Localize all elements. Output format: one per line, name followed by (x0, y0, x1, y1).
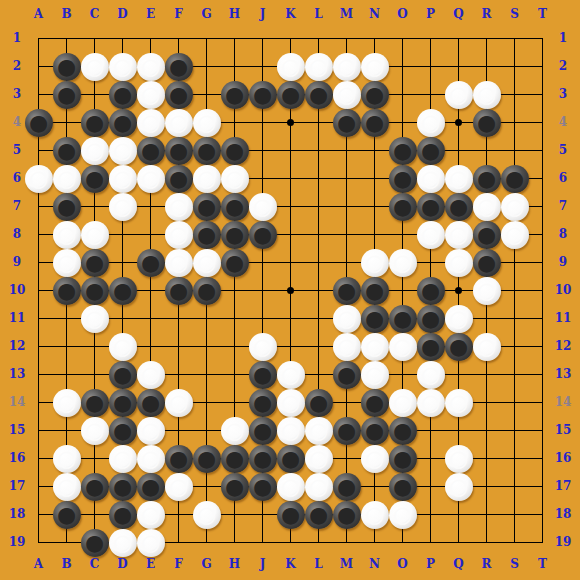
col-label-top: C (81, 8, 109, 21)
row-label-right: 13 (549, 368, 577, 381)
row-label-left: 13 (3, 368, 31, 381)
row-label-right: 11 (549, 312, 577, 325)
row-label-right: 5 (549, 144, 577, 157)
row-label-left: 12 (3, 340, 31, 353)
row-label-right: 7 (549, 200, 577, 213)
col-label-top: T (529, 8, 557, 21)
col-label-top: G (193, 8, 221, 21)
col-label-bottom: S (501, 558, 529, 571)
col-label-bottom: G (193, 558, 221, 571)
col-label-bottom: N (361, 558, 389, 571)
col-label-top: Q (445, 8, 473, 21)
row-label-left: 2 (3, 60, 31, 73)
col-label-bottom: J (249, 558, 277, 571)
row-label-left: 16 (3, 452, 31, 465)
col-label-top: J (249, 8, 277, 21)
row-label-left: 9 (3, 256, 31, 269)
col-label-top: A (25, 8, 53, 21)
row-label-left: 1 (3, 32, 31, 45)
row-label-right: 14 (549, 396, 577, 409)
coordinate-labels: AABBCCDDEEFFGGHHJJKKLLMMNNOOPPQQRRSSTT11… (0, 0, 580, 580)
row-label-left: 11 (3, 312, 31, 325)
row-label-right: 6 (549, 172, 577, 185)
col-label-bottom: H (221, 558, 249, 571)
col-label-top: E (137, 8, 165, 21)
row-label-left: 15 (3, 424, 31, 437)
row-label-right: 9 (549, 256, 577, 269)
col-label-top: K (277, 8, 305, 21)
col-label-bottom: F (165, 558, 193, 571)
col-label-top: P (417, 8, 445, 21)
col-label-top: O (389, 8, 417, 21)
row-label-right: 15 (549, 424, 577, 437)
row-label-right: 4 (549, 116, 577, 129)
col-label-top: H (221, 8, 249, 21)
row-label-right: 8 (549, 228, 577, 241)
col-label-bottom: T (529, 558, 557, 571)
row-label-right: 1 (549, 32, 577, 45)
row-label-left: 3 (3, 88, 31, 101)
col-label-bottom: E (137, 558, 165, 571)
row-label-left: 5 (3, 144, 31, 157)
row-label-left: 10 (3, 284, 31, 297)
row-label-right: 17 (549, 480, 577, 493)
go-board[interactable]: ●○○○●○○○○●●○●●●●●○●○○●●●○○○●●○●●○○●●●●●●… (0, 0, 580, 580)
col-label-bottom: O (389, 558, 417, 571)
col-label-bottom: D (109, 558, 137, 571)
row-label-right: 18 (549, 508, 577, 521)
col-label-top: N (361, 8, 389, 21)
row-label-right: 2 (549, 60, 577, 73)
col-label-top: R (473, 8, 501, 21)
col-label-bottom: L (305, 558, 333, 571)
col-label-top: D (109, 8, 137, 21)
col-label-bottom: A (25, 558, 53, 571)
row-label-left: 17 (3, 480, 31, 493)
row-label-left: 14 (3, 396, 31, 409)
row-label-right: 12 (549, 340, 577, 353)
row-label-left: 18 (3, 508, 31, 521)
row-label-left: 7 (3, 200, 31, 213)
row-label-left: 4 (3, 116, 31, 129)
go-board-app: ●○○○●○○○○●●○●●●●●○●○○●●●○○○●●○●●○○●●●●●●… (0, 0, 580, 580)
col-label-bottom: P (417, 558, 445, 571)
row-label-left: 6 (3, 172, 31, 185)
col-label-bottom: Q (445, 558, 473, 571)
col-label-top: F (165, 8, 193, 21)
col-label-top: L (305, 8, 333, 21)
row-label-left: 8 (3, 228, 31, 241)
row-label-left: 19 (3, 536, 31, 549)
col-label-top: M (333, 8, 361, 21)
row-label-right: 3 (549, 88, 577, 101)
col-label-bottom: K (277, 558, 305, 571)
row-label-right: 19 (549, 536, 577, 549)
col-label-bottom: M (333, 558, 361, 571)
col-label-bottom: C (81, 558, 109, 571)
row-label-right: 16 (549, 452, 577, 465)
row-label-right: 10 (549, 284, 577, 297)
col-label-top: B (53, 8, 81, 21)
col-label-bottom: B (53, 558, 81, 571)
col-label-bottom: R (473, 558, 501, 571)
col-label-top: S (501, 8, 529, 21)
